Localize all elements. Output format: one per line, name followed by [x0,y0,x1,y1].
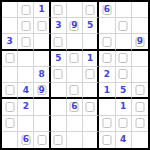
square-mark [102,37,111,47]
square-mark [37,21,46,31]
cell-r6c6[interactable] [83,83,99,99]
square-mark [119,118,128,128]
cell-r1c1[interactable] [2,2,18,18]
cell-r3c3[interactable] [34,34,50,50]
square-mark [86,69,95,79]
cell-r3c4[interactable] [51,34,67,50]
cell-r8c5[interactable] [67,116,83,132]
cell-r4c9[interactable] [132,51,148,67]
given-digit: 5 [55,54,61,63]
cell-r1c3[interactable]: 1 [34,2,50,18]
square-mark [102,135,111,145]
given-digit: 6 [23,135,29,144]
cell-r9c7[interactable] [99,132,115,148]
cell-r4c2[interactable] [18,51,34,67]
cell-r9c8[interactable]: 4 [116,132,132,148]
cell-r7c1[interactable] [2,99,18,115]
cell-r2c5[interactable]: 9 [67,18,83,34]
cell-r5c3[interactable]: 8 [34,67,50,83]
cell-r9c2[interactable]: 6 [18,132,34,148]
cell-r3c8[interactable] [116,34,132,50]
sudoku-app: 16395395182491526164 [0,0,150,150]
square-mark [5,53,14,63]
given-digit: 9 [71,21,77,30]
square-mark [86,5,95,15]
cell-r7c2[interactable]: 2 [18,99,34,115]
given-digit: 2 [104,70,110,79]
cell-r7c7[interactable] [99,99,115,115]
cell-r5c7[interactable]: 2 [99,67,115,83]
given-digit: 4 [120,135,126,144]
cell-r6c9[interactable] [132,83,148,99]
cell-r9c4[interactable] [51,132,67,148]
cell-r8c6[interactable] [83,116,99,132]
given-digit: 1 [38,5,44,14]
cell-r9c9[interactable] [132,132,148,148]
cell-r6c2[interactable]: 4 [18,83,34,99]
cell-r1c8[interactable] [116,2,132,18]
given-digit: 1 [120,102,126,111]
cell-r5c8[interactable] [116,67,132,83]
cell-r1c9[interactable] [132,2,148,18]
square-mark [54,37,63,47]
cell-r7c8[interactable]: 1 [116,99,132,115]
cell-r1c2[interactable] [18,2,34,18]
square-mark [37,135,46,145]
cell-r4c8[interactable] [116,51,132,67]
cell-r4c4[interactable]: 5 [51,51,67,67]
cell-r4c6[interactable]: 1 [83,51,99,67]
square-mark [102,118,111,128]
cell-r8c3[interactable] [34,116,50,132]
square-mark [119,21,128,31]
given-digit: 1 [104,86,110,95]
cell-r9c6[interactable] [83,132,99,148]
square-mark [135,118,144,128]
cell-r5c4[interactable] [51,67,67,83]
cell-r1c4[interactable] [51,2,67,18]
given-digit: 5 [120,86,126,95]
given-digit: 6 [104,5,110,14]
cell-r8c8[interactable] [116,116,132,132]
cell-r7c5[interactable]: 6 [67,99,83,115]
square-mark [119,69,128,79]
cell-r9c1[interactable] [2,132,18,148]
cell-r3c2[interactable] [18,34,34,50]
cell-r9c3[interactable] [34,132,50,148]
given-digit: 9 [38,86,44,95]
given-digit: 3 [55,21,61,30]
square-mark [54,69,63,79]
given-digit: 3 [6,37,12,46]
cell-r5c1[interactable] [2,67,18,83]
cell-r7c6[interactable] [83,99,99,115]
cell-r8c4[interactable] [51,116,67,132]
given-digit: 5 [87,21,93,30]
square-mark [86,102,95,112]
square-mark [135,85,144,95]
square-mark [70,53,79,63]
square-mark [70,85,79,95]
cell-r1c5[interactable] [67,2,83,18]
cell-r4c1[interactable] [2,51,18,67]
cell-r2c2[interactable] [18,18,34,34]
cell-r6c7[interactable]: 1 [99,83,115,99]
square-mark [135,102,144,112]
cell-r8c7[interactable] [99,116,115,132]
given-digit: 9 [137,37,143,46]
cell-r5c9[interactable] [132,67,148,83]
square-mark [5,85,14,95]
cell-r3c6[interactable] [83,34,99,50]
cell-r8c9[interactable] [132,116,148,132]
given-digit: 6 [71,102,77,111]
cell-r3c9[interactable]: 9 [132,34,148,50]
cell-r6c1[interactable] [2,83,18,99]
cell-r4c5[interactable] [67,51,83,67]
cell-r6c8[interactable]: 5 [116,83,132,99]
cell-r7c9[interactable] [132,99,148,115]
cell-r6c5[interactable] [67,83,83,99]
cell-r9c5[interactable] [67,132,83,148]
square-mark [54,5,63,15]
cell-r2c6[interactable]: 5 [83,18,99,34]
square-mark [54,135,63,145]
cell-r2c1[interactable] [2,18,18,34]
cell-r5c2[interactable] [18,67,34,83]
cell-r2c3[interactable] [34,18,50,34]
square-mark [21,37,30,47]
cell-r2c8[interactable] [116,18,132,34]
cell-r6c3[interactable]: 9 [34,83,50,99]
square-mark [21,5,30,15]
square-mark [21,21,30,31]
cell-r2c7[interactable] [99,18,115,34]
cell-r2c4[interactable]: 3 [51,18,67,34]
square-mark [119,53,128,63]
given-digit: 2 [23,102,29,111]
given-digit: 8 [38,70,44,79]
cell-r8c2[interactable] [18,116,34,132]
cell-r2c9[interactable] [132,18,148,34]
square-mark [5,102,14,112]
cell-r3c7[interactable] [99,34,115,50]
cell-r6c4[interactable] [51,83,67,99]
cell-r3c5[interactable] [67,34,83,50]
cell-r1c6[interactable] [83,2,99,18]
given-digit: 1 [87,54,93,63]
cell-r4c7[interactable] [99,51,115,67]
cell-r7c4[interactable] [51,99,67,115]
square-mark [102,53,111,63]
sudoku-board: 16395395182491526164 [0,0,150,150]
cell-r7c3[interactable] [34,99,50,115]
cell-r8c1[interactable] [2,116,18,132]
cell-r1c7[interactable]: 6 [99,2,115,18]
cell-r5c6[interactable] [83,67,99,83]
cell-r3c1[interactable]: 3 [2,34,18,50]
square-mark [5,118,14,128]
cell-r4c3[interactable] [34,51,50,67]
given-digit: 4 [23,86,29,95]
cell-r5c5[interactable] [67,67,83,83]
